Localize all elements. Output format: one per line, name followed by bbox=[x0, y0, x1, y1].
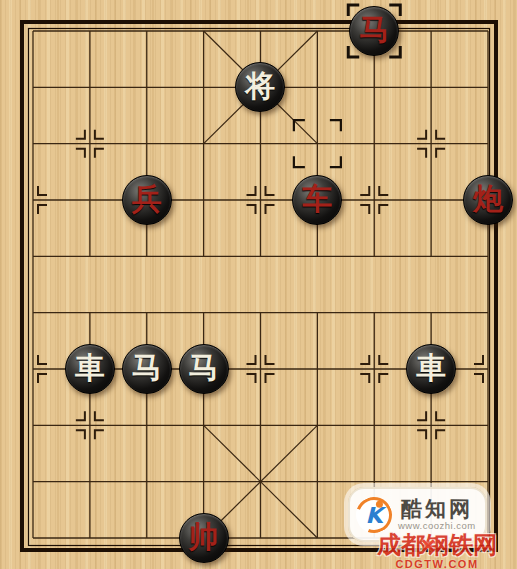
piece-glyph: 車 bbox=[75, 353, 105, 383]
piece-glyph: 帅 bbox=[189, 522, 219, 552]
pieces-layer: 马将兵车炮車马马車帅 bbox=[5, 3, 517, 566]
piece-glyph: 兵 bbox=[132, 184, 162, 214]
piece-red-horse[interactable]: 马 bbox=[349, 6, 399, 56]
piece-black-horse-left[interactable]: 马 bbox=[122, 344, 172, 394]
piece-red-general[interactable]: 帅 bbox=[179, 513, 229, 563]
board-cell: 炮 bbox=[460, 172, 517, 228]
board-cell: 马 bbox=[175, 341, 232, 397]
coozhi-logo-icon: K bbox=[350, 491, 398, 539]
piece-glyph: 马 bbox=[189, 353, 219, 383]
coozhi-watermark-badge: K 酷知网 www.coozhi.com bbox=[348, 487, 487, 542]
piece-glyph: 炮 bbox=[473, 184, 503, 214]
board-cell: 車 bbox=[61, 341, 118, 397]
piece-red-chariot[interactable]: 车 bbox=[292, 175, 342, 225]
piece-glyph: 车 bbox=[302, 184, 332, 214]
piece-black-horse-right[interactable]: 马 bbox=[179, 344, 229, 394]
piece-glyph: 車 bbox=[416, 353, 446, 383]
coozhi-site-url: www.coozhi.com bbox=[398, 520, 476, 531]
board-cell: 帅 bbox=[175, 510, 232, 566]
piece-glyph: 马 bbox=[359, 15, 389, 45]
logo-dot-icon bbox=[376, 500, 383, 507]
piece-black-chariot-right[interactable]: 車 bbox=[406, 344, 456, 394]
logo-letter: K bbox=[359, 500, 389, 530]
coozhi-site-name: 酷知网 bbox=[401, 498, 473, 520]
piece-red-soldier[interactable]: 兵 bbox=[122, 175, 172, 225]
board-cell: 车 bbox=[289, 172, 346, 228]
coozhi-text: 酷知网 www.coozhi.com bbox=[398, 498, 476, 531]
board-cell: 马 bbox=[346, 3, 403, 59]
xiangqi-board-screenshot: 马将兵车炮車马马車帅 K 酷知网 www.coozhi.com 成都钢铁网 ✕ … bbox=[0, 0, 517, 569]
piece-black-chariot-left[interactable]: 車 bbox=[65, 344, 115, 394]
piece-glyph: 将 bbox=[245, 71, 275, 101]
board-cell: 車 bbox=[403, 341, 460, 397]
board-cell: 兵 bbox=[118, 172, 175, 228]
piece-glyph: 马 bbox=[132, 353, 162, 383]
board-cell: 将 bbox=[232, 59, 289, 115]
piece-red-cannon[interactable]: 炮 bbox=[463, 175, 513, 225]
board-cell: 马 bbox=[118, 341, 175, 397]
piece-black-general[interactable]: 将 bbox=[235, 62, 285, 112]
